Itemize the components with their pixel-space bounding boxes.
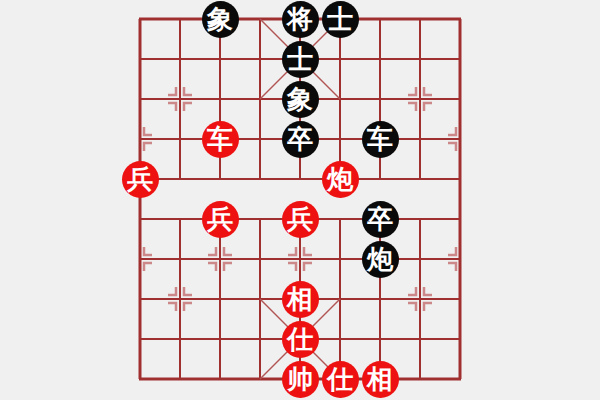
piece-black-cannon[interactable]: 炮 [362,241,399,278]
piece-red-soldier[interactable]: 兵 [202,201,239,238]
piece-red-advisor[interactable]: 仕 [322,361,359,398]
piece-black-advisor[interactable]: 士 [282,41,319,78]
piece-red-cannon[interactable]: 炮 [322,161,359,198]
piece-red-advisor[interactable]: 仕 [282,321,319,358]
piece-red-soldier[interactable]: 兵 [282,201,319,238]
piece-red-elephant[interactable]: 相 [282,281,319,318]
piece-red-elephant[interactable]: 相 [362,361,399,398]
piece-black-general[interactable]: 将 [282,1,319,38]
piece-black-chariot[interactable]: 车 [362,121,399,158]
piece-red-king[interactable]: 帅 [282,361,319,398]
piece-black-advisor[interactable]: 士 [322,1,359,38]
piece-red-chariot[interactable]: 车 [202,121,239,158]
piece-black-soldier[interactable]: 卒 [362,201,399,238]
xiangqi-board[interactable]: 象将士士象车卒车兵炮兵兵卒炮相仕帅仕相 [0,0,600,400]
piece-red-soldier[interactable]: 兵 [122,161,159,198]
piece-black-elephant[interactable]: 象 [202,1,239,38]
piece-black-soldier[interactable]: 卒 [282,121,319,158]
piece-black-elephant[interactable]: 象 [282,81,319,118]
